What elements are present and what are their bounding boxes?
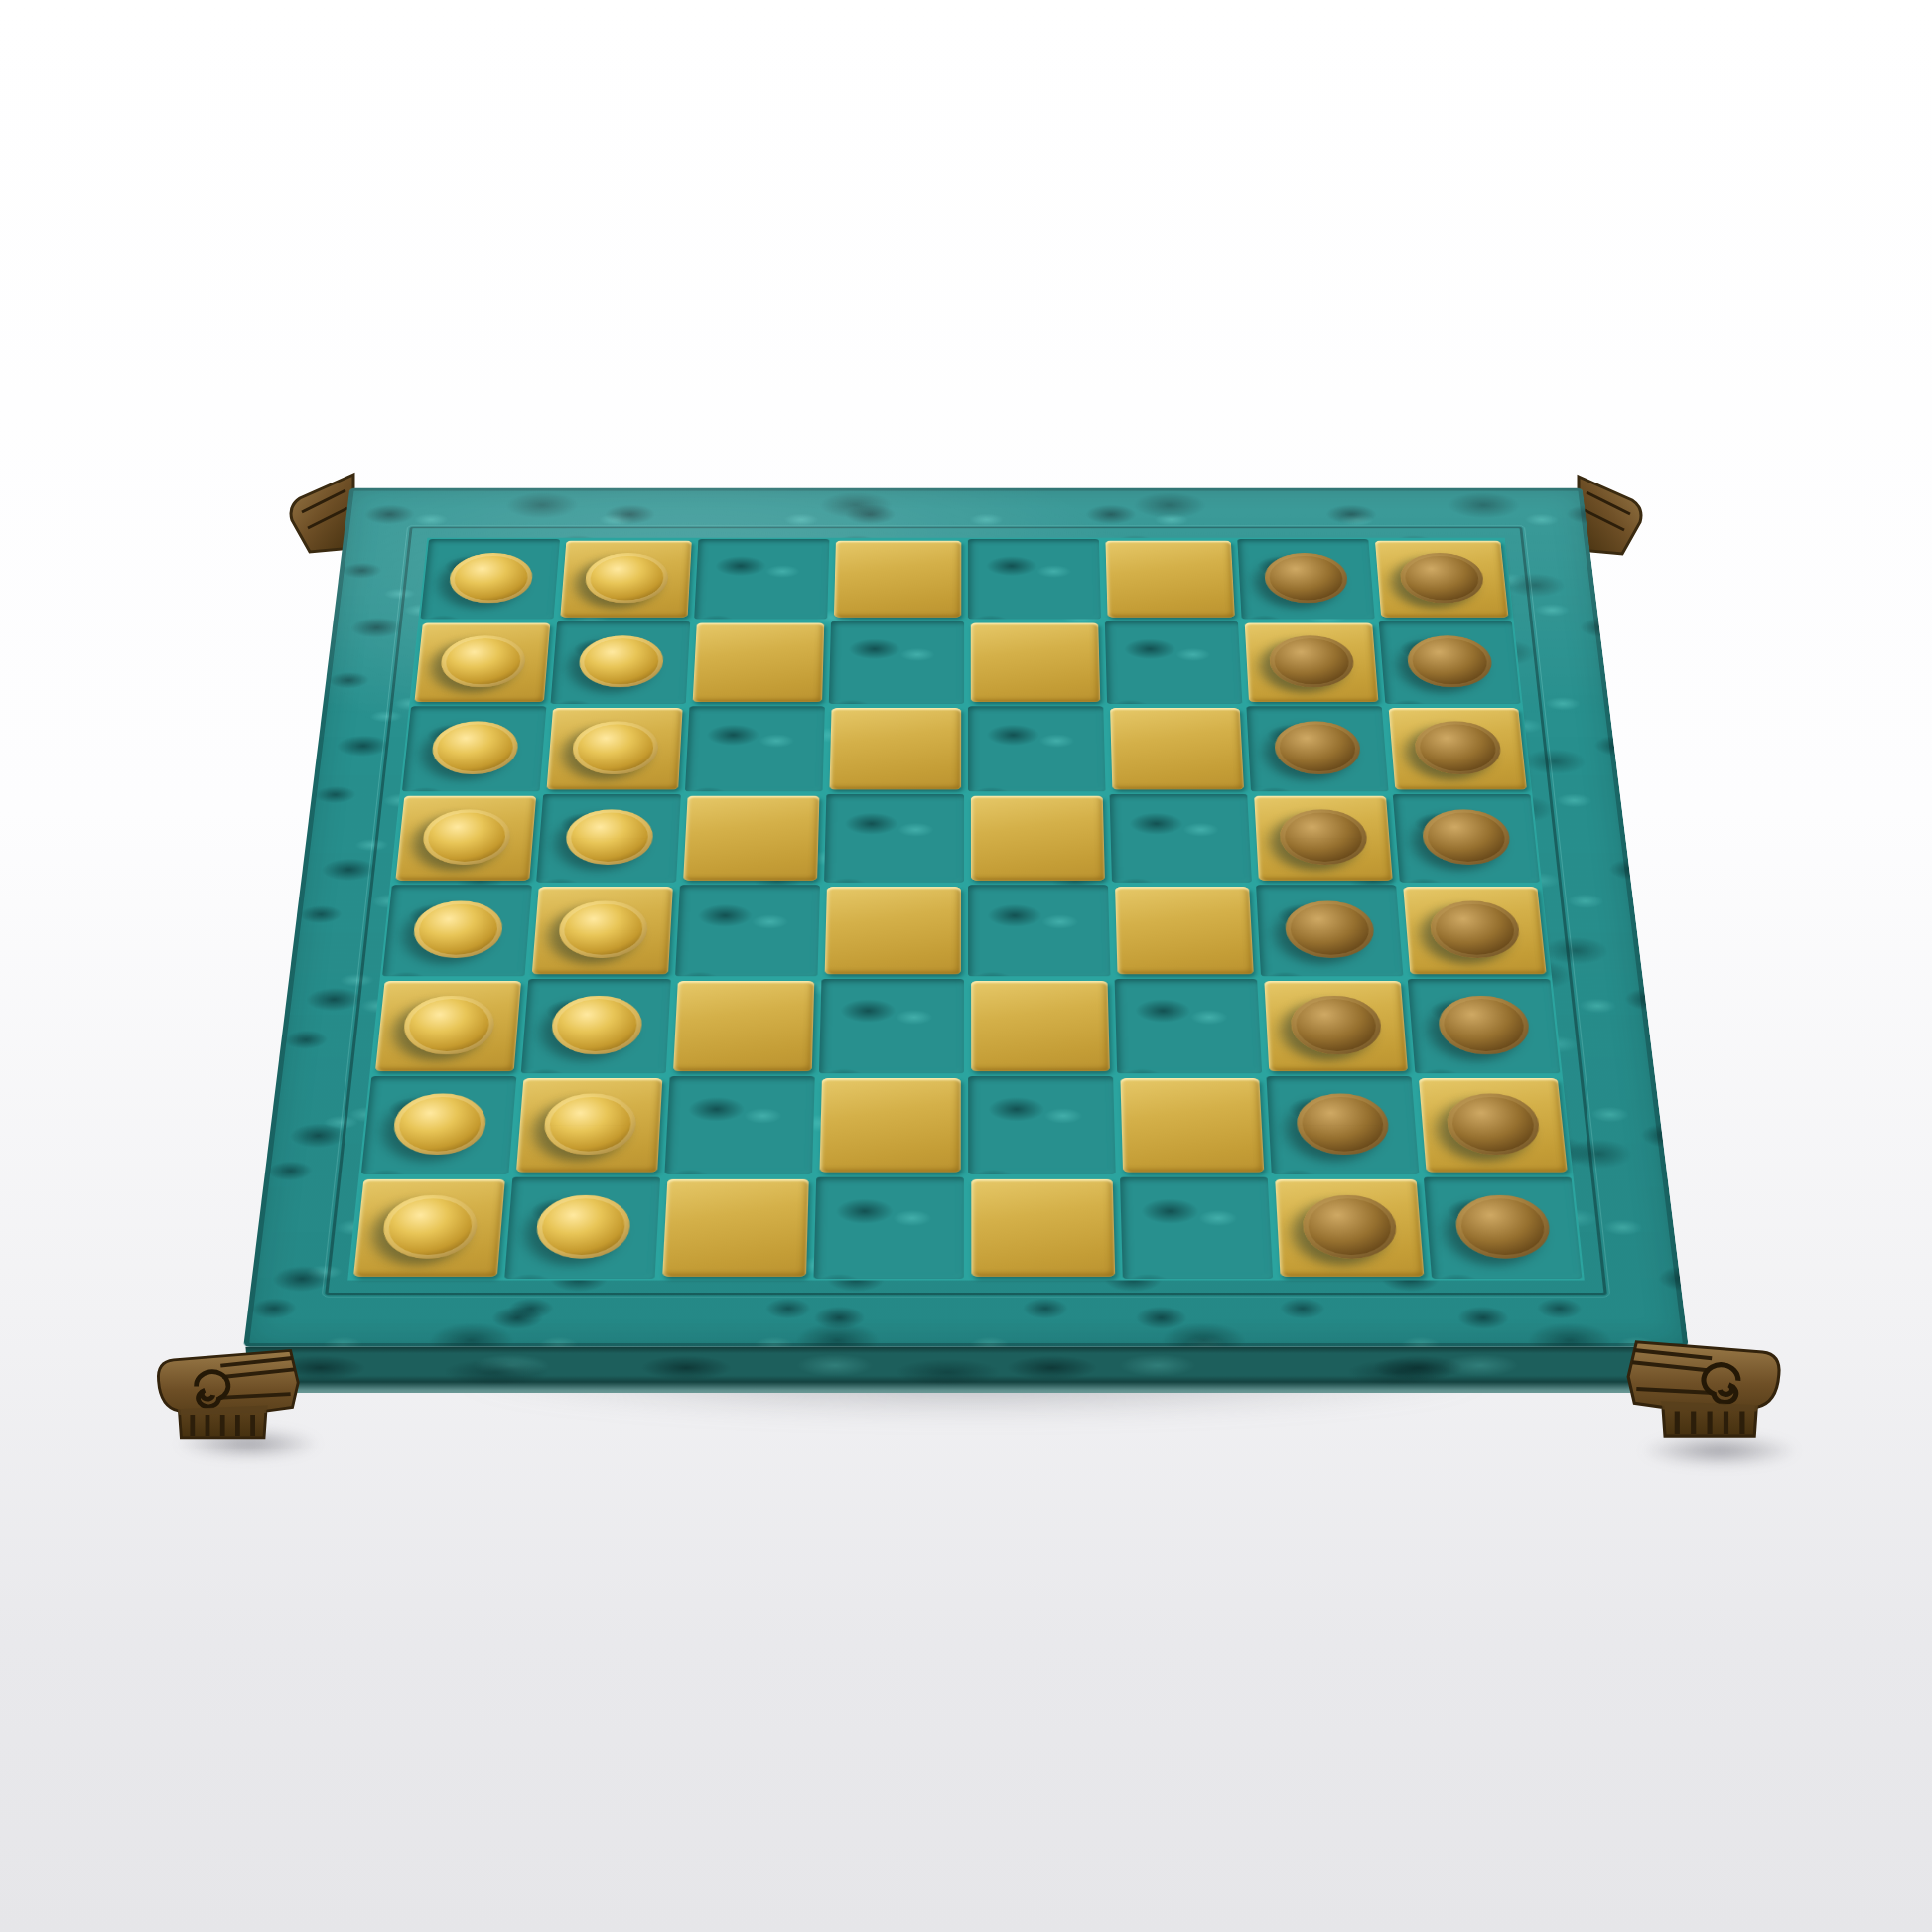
chess-board: ♜♟♟♜♞♟♟♞♝♟♟♝♛♟♟♛♚♟♟♚♝♟♟♝♞♟♟♞♜♟♟♜ [243,488,1688,1347]
square-c4[interactable] [824,705,966,792]
brass-square [971,796,1105,881]
patina-square [819,979,964,1073]
square-a5[interactable] [966,538,1103,621]
square-f4[interactable] [817,978,966,1075]
brass-square [1105,541,1234,618]
patina-square [550,621,690,704]
patina-square [968,539,1101,619]
piece-glyph: ♜ [1343,1069,1660,1238]
patina-square [694,539,829,619]
patina-square [813,1177,963,1279]
brass-square [971,1179,1115,1277]
patina-square [968,1076,1116,1174]
brass-square [1245,623,1379,703]
corner-foot-right [1624,1326,1787,1455]
brass-square [1375,541,1509,618]
square-c6[interactable] [1105,705,1249,792]
square-b8[interactable] [1377,621,1523,706]
patina-square [685,706,825,791]
square-e4[interactable] [819,884,966,978]
square-f5[interactable] [966,978,1115,1075]
brass-square [971,981,1110,1071]
square-d4[interactable] [822,793,966,884]
patina-square [1105,621,1243,704]
brass-square [693,623,825,703]
square-b7[interactable] [1240,621,1384,706]
patina-square [829,621,964,704]
patina-square [824,794,964,883]
brass-square [1110,708,1244,789]
brass-square [971,623,1101,703]
square-b4[interactable] [827,621,966,706]
square-h5[interactable] [966,1175,1121,1280]
brass-square [834,541,961,618]
square-e5[interactable] [966,884,1113,978]
square-a8[interactable] [1370,538,1514,621]
square-g5[interactable] [966,1075,1118,1176]
square-a1[interactable] [418,538,562,621]
piece-glyph: ♟ [425,1099,742,1238]
square-c5[interactable] [966,705,1108,792]
patina-square [968,706,1106,791]
patina-square [968,885,1110,976]
brass-square [829,708,961,789]
patina-square [420,539,560,619]
square-b2[interactable] [548,621,692,706]
patina-square [1237,539,1374,619]
brass-square [825,887,961,974]
square-g4[interactable] [814,1075,966,1176]
square-h4[interactable] [811,1175,966,1280]
square-b6[interactable] [1103,621,1244,706]
square-b3[interactable] [688,621,829,706]
studio-photo-scene: ♜♟♟♜♞♟♟♞♝♟♟♝♛♟♟♛♚♟♟♚♝♟♟♝♞♟♟♞♜♟♟♜ [0,0,1932,1932]
brass-square [414,623,550,703]
square-b5[interactable] [966,621,1105,706]
square-d5[interactable] [966,793,1110,884]
square-a4[interactable] [829,538,966,621]
square-a2[interactable] [555,538,696,621]
square-a3[interactable] [692,538,831,621]
square-a6[interactable] [1101,538,1240,621]
square-b1[interactable] [409,621,555,706]
board-front-edge [245,1347,1686,1393]
square-a7[interactable] [1235,538,1376,621]
patina-square [1379,621,1521,704]
square-c3[interactable] [683,705,827,792]
corner-foot-left [151,1342,302,1449]
brass-square [560,541,692,618]
